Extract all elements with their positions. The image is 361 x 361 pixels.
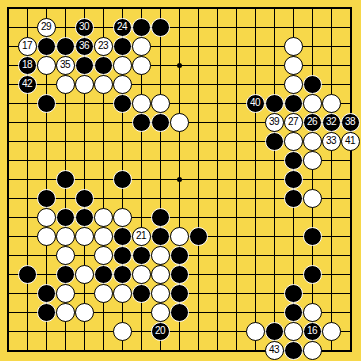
stone-white[interactable]	[94, 227, 113, 246]
stone-white[interactable]	[303, 189, 322, 208]
stone-white[interactable]	[56, 303, 75, 322]
move-number-label: 16	[307, 326, 317, 336]
stone-black[interactable]	[284, 284, 303, 303]
stone-black[interactable]	[94, 265, 113, 284]
stone-black[interactable]	[170, 284, 189, 303]
stone-white[interactable]	[151, 284, 170, 303]
stone-white[interactable]: 27	[284, 113, 303, 132]
stone-black[interactable]	[18, 265, 37, 284]
go-board[interactable]: 2930241736231835424039272632383341212016…	[0, 0, 361, 361]
move-number-label: 43	[269, 345, 279, 355]
stone-black[interactable]	[170, 246, 189, 265]
stone-white[interactable]	[170, 227, 189, 246]
stone-black[interactable]	[56, 170, 75, 189]
move-number-label: 27	[288, 117, 298, 127]
stone-white[interactable]	[132, 265, 151, 284]
move-number-label: 29	[41, 22, 51, 32]
stone-white[interactable]	[75, 227, 94, 246]
stone-black[interactable]	[170, 303, 189, 322]
move-number-label: 38	[345, 117, 355, 127]
stone-black[interactable]	[75, 56, 94, 75]
stone-white[interactable]	[37, 227, 56, 246]
stone-black[interactable]	[284, 151, 303, 170]
stone-white[interactable]	[37, 208, 56, 227]
stone-black[interactable]: 40	[246, 94, 265, 113]
stone-white[interactable]	[113, 75, 132, 94]
star-point	[177, 63, 182, 68]
stone-black[interactable]: 26	[303, 113, 322, 132]
stone-black[interactable]	[284, 341, 303, 360]
stone-black[interactable]	[113, 246, 132, 265]
stone-black[interactable]	[132, 284, 151, 303]
stone-black[interactable]	[189, 227, 208, 246]
stone-black[interactable]	[132, 246, 151, 265]
stone-white[interactable]	[56, 75, 75, 94]
stone-black[interactable]	[303, 75, 322, 94]
stone-black[interactable]: 36	[75, 37, 94, 56]
stone-white[interactable]: 33	[322, 132, 341, 151]
stone-white[interactable]	[56, 246, 75, 265]
stone-black[interactable]	[132, 18, 151, 37]
stone-black[interactable]	[151, 113, 170, 132]
stone-black[interactable]: 42	[18, 75, 37, 94]
move-number-label: 20	[155, 326, 165, 336]
stone-white[interactable]	[284, 322, 303, 341]
stone-white[interactable]	[151, 94, 170, 113]
move-number-label: 39	[269, 117, 279, 127]
stone-white[interactable]	[151, 246, 170, 265]
stone-black[interactable]: 32	[322, 113, 341, 132]
stone-black[interactable]	[113, 37, 132, 56]
stone-white[interactable]: 43	[265, 341, 284, 360]
move-number-label: 32	[326, 117, 336, 127]
stone-white[interactable]	[284, 37, 303, 56]
stone-white[interactable]	[94, 75, 113, 94]
stone-black[interactable]	[113, 94, 132, 113]
stone-white[interactable]	[303, 303, 322, 322]
stone-black[interactable]	[75, 208, 94, 227]
stone-black[interactable]	[303, 265, 322, 284]
move-number-label: 36	[79, 41, 89, 51]
stone-black[interactable]	[284, 303, 303, 322]
stone-white[interactable]	[303, 341, 322, 360]
stone-black[interactable]	[151, 18, 170, 37]
stone-white[interactable]	[75, 75, 94, 94]
stone-white[interactable]	[56, 227, 75, 246]
stone-white[interactable]: 21	[132, 227, 151, 246]
stone-white[interactable]	[284, 75, 303, 94]
stone-white[interactable]	[113, 284, 132, 303]
stone-black[interactable]	[113, 170, 132, 189]
move-number-label: 17	[22, 41, 32, 51]
stone-white[interactable]	[151, 265, 170, 284]
stone-black[interactable]: 16	[303, 322, 322, 341]
stone-white[interactable]	[151, 303, 170, 322]
stone-black[interactable]	[37, 94, 56, 113]
stone-white[interactable]: 39	[265, 113, 284, 132]
stone-black[interactable]	[151, 208, 170, 227]
move-number-label: 24	[117, 22, 127, 32]
stone-white[interactable]	[132, 94, 151, 113]
stone-white[interactable]	[246, 322, 265, 341]
stone-white[interactable]	[284, 56, 303, 75]
stone-white[interactable]	[113, 208, 132, 227]
stone-white[interactable]	[37, 56, 56, 75]
stone-black[interactable]	[56, 265, 75, 284]
move-number-label: 41	[345, 136, 355, 146]
stone-black[interactable]	[265, 94, 284, 113]
stone-black[interactable]	[113, 265, 132, 284]
move-number-label: 40	[250, 98, 260, 108]
stone-white[interactable]	[94, 284, 113, 303]
move-number-label: 35	[60, 60, 70, 70]
stone-black[interactable]: 18	[18, 56, 37, 75]
stone-white[interactable]	[303, 151, 322, 170]
move-number-label: 42	[22, 79, 32, 89]
stone-black[interactable]: 30	[75, 18, 94, 37]
stone-black[interactable]	[284, 170, 303, 189]
stone-white[interactable]: 29	[37, 18, 56, 37]
stone-black[interactable]	[265, 132, 284, 151]
stone-black[interactable]	[37, 284, 56, 303]
stone-white[interactable]	[56, 284, 75, 303]
stone-white[interactable]	[170, 113, 189, 132]
move-number-label: 23	[98, 41, 108, 51]
stone-white[interactable]	[132, 37, 151, 56]
stone-white[interactable]	[113, 322, 132, 341]
move-number-label: 26	[307, 117, 317, 127]
stone-black[interactable]	[303, 227, 322, 246]
move-number-label: 30	[79, 22, 89, 32]
stone-white[interactable]	[284, 132, 303, 151]
stone-black[interactable]	[132, 113, 151, 132]
stone-black[interactable]	[37, 303, 56, 322]
move-number-label: 33	[326, 136, 336, 146]
stone-white[interactable]	[113, 56, 132, 75]
stone-white[interactable]	[75, 303, 94, 322]
stone-black[interactable]: 20	[151, 322, 170, 341]
stone-white[interactable]	[322, 94, 341, 113]
stone-white[interactable]	[322, 322, 341, 341]
stone-black[interactable]: 24	[113, 18, 132, 37]
stone-black[interactable]	[37, 189, 56, 208]
stone-black[interactable]: 38	[341, 113, 360, 132]
stone-black[interactable]	[284, 189, 303, 208]
stone-white[interactable]	[94, 246, 113, 265]
move-number-label: 21	[136, 231, 146, 241]
stone-black[interactable]	[56, 37, 75, 56]
stone-black[interactable]	[94, 56, 113, 75]
stone-black[interactable]	[284, 94, 303, 113]
stone-white[interactable]: 41	[341, 132, 360, 151]
star-point	[177, 177, 182, 182]
stone-white[interactable]: 35	[56, 56, 75, 75]
stone-white[interactable]	[132, 56, 151, 75]
stone-white[interactable]	[94, 208, 113, 227]
stone-white[interactable]	[303, 94, 322, 113]
stone-white[interactable]: 23	[94, 37, 113, 56]
stone-white[interactable]: 17	[18, 37, 37, 56]
stone-black[interactable]	[113, 227, 132, 246]
stone-black[interactable]	[37, 37, 56, 56]
stone-black[interactable]	[170, 265, 189, 284]
stone-black[interactable]	[151, 227, 170, 246]
move-number-label: 18	[22, 60, 32, 70]
stone-black[interactable]	[265, 322, 284, 341]
stone-white[interactable]	[303, 132, 322, 151]
stone-black[interactable]	[75, 189, 94, 208]
stone-white[interactable]	[75, 265, 94, 284]
stone-black[interactable]	[56, 208, 75, 227]
